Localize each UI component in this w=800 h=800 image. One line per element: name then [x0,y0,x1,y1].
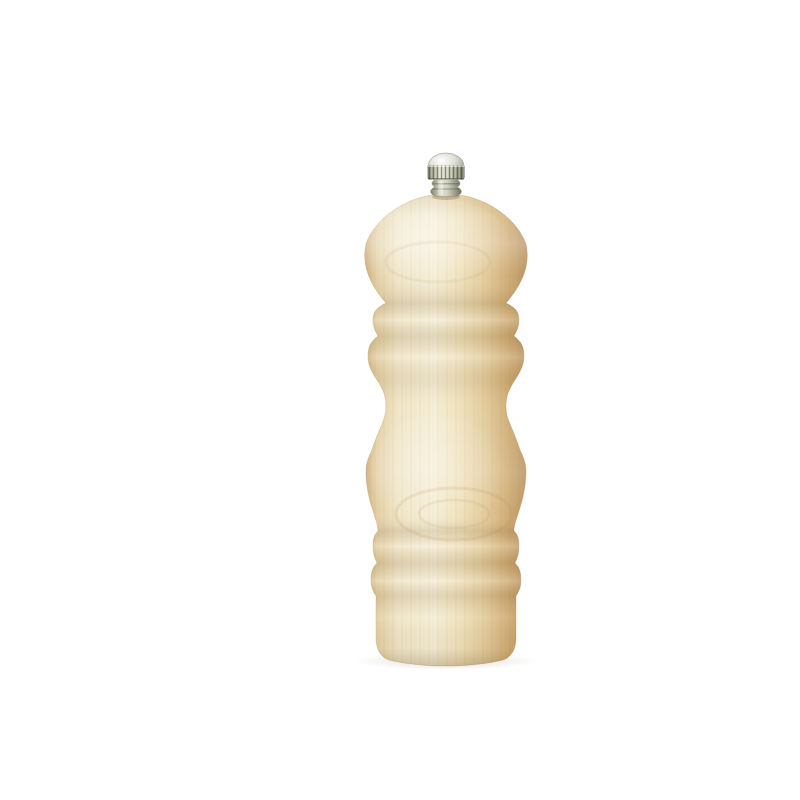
pepper-mill-illustration [40,16,800,800]
product-photo [40,16,800,800]
bulb-highlight [370,416,502,526]
mill-body [354,186,532,672]
finial-collar [431,180,462,197]
wood-shading-overlays [354,186,532,672]
finial-knurl-band [428,165,465,180]
finial-knob [428,153,465,197]
